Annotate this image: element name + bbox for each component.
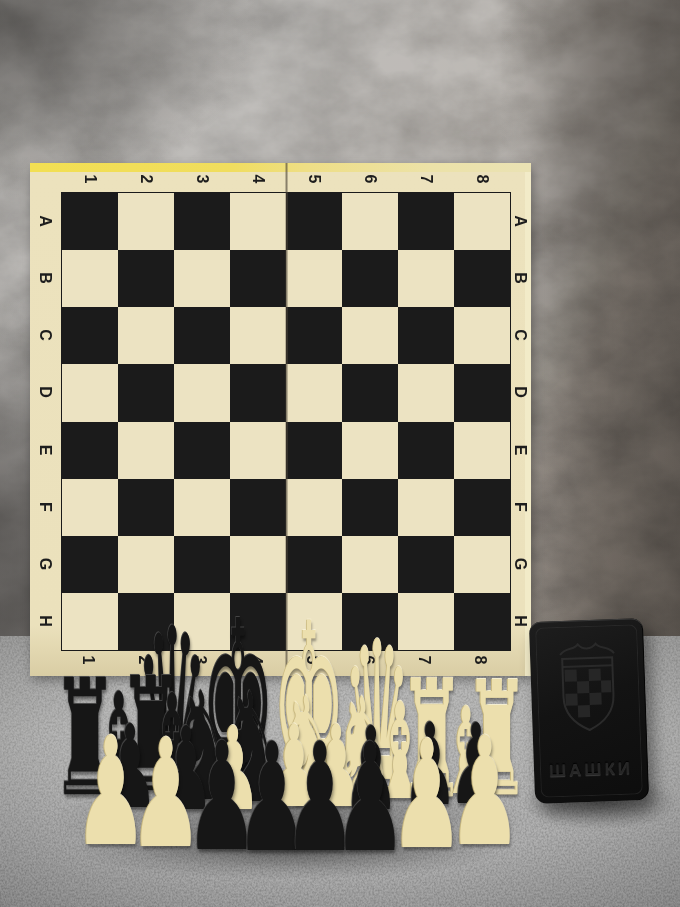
coord-label: 6	[362, 175, 378, 184]
board-right-edge	[525, 172, 531, 676]
board-cell	[454, 250, 510, 307]
checkers-box-crest-icon	[551, 635, 624, 737]
board-cell	[342, 250, 398, 307]
coord-label: H	[512, 615, 528, 627]
coord-label: E	[37, 444, 53, 455]
board-cell	[174, 364, 230, 421]
board-top-edge	[30, 163, 531, 172]
board-cell	[62, 422, 118, 479]
board-cell	[342, 536, 398, 593]
board-cell	[398, 479, 454, 536]
board-cell	[398, 536, 454, 593]
board-cell	[342, 193, 398, 250]
board-cell	[286, 364, 342, 421]
board-cell	[454, 364, 510, 421]
checkers-box-label: ШАШКИ	[534, 758, 649, 782]
board-cell	[230, 250, 286, 307]
board-cell	[62, 250, 118, 307]
board-cell	[286, 193, 342, 250]
board-cell	[230, 307, 286, 364]
board-cell	[174, 422, 230, 479]
board-cell	[230, 193, 286, 250]
coord-label: C	[512, 329, 528, 341]
coord-label: 5	[306, 175, 322, 184]
board-cell	[230, 422, 286, 479]
board-cell	[118, 250, 174, 307]
board-cell	[454, 479, 510, 536]
board-cell	[174, 250, 230, 307]
board-cell	[342, 422, 398, 479]
board-cell	[118, 193, 174, 250]
board-cell	[118, 479, 174, 536]
board-cell	[342, 307, 398, 364]
board-cell	[118, 307, 174, 364]
board-cell	[454, 536, 510, 593]
coord-label: G	[37, 558, 53, 570]
coord-label: H	[37, 615, 53, 627]
board-cell	[454, 422, 510, 479]
coord-label: D	[37, 387, 53, 399]
board-cell	[62, 193, 118, 250]
board-cell	[174, 307, 230, 364]
board-cell	[62, 479, 118, 536]
board-cell	[118, 364, 174, 421]
board-cell	[454, 307, 510, 364]
board-cell	[174, 193, 230, 250]
board-cell	[286, 250, 342, 307]
board-cell	[286, 479, 342, 536]
coord-label: F	[512, 502, 528, 512]
photo-scene: 1234567812345678ABCDEFGHABCDEFGH ♛♚♚♛♜♝♜…	[0, 0, 680, 907]
board-cell	[62, 364, 118, 421]
board-cell	[230, 479, 286, 536]
coord-label: 3	[194, 175, 210, 184]
board-cell	[62, 307, 118, 364]
board-cell	[230, 364, 286, 421]
coord-label: 2	[138, 175, 154, 184]
coord-label: C	[37, 329, 53, 341]
board-cell	[398, 364, 454, 421]
coord-label: G	[512, 558, 528, 570]
board-cell	[454, 193, 510, 250]
checkers-box: ШАШКИ	[529, 618, 649, 804]
coord-label: A	[512, 215, 528, 227]
board-cell	[118, 422, 174, 479]
board-cell	[286, 422, 342, 479]
coord-label: 4	[250, 175, 266, 184]
board-cell	[286, 307, 342, 364]
board-cell	[398, 422, 454, 479]
board-cell	[62, 536, 118, 593]
coord-label: D	[512, 387, 528, 399]
coord-label: F	[37, 502, 53, 512]
board-cell	[398, 250, 454, 307]
board-cell	[342, 479, 398, 536]
coord-label: B	[512, 272, 528, 284]
coord-label: B	[37, 272, 53, 284]
board-cell	[62, 593, 118, 650]
coord-label: 1	[82, 175, 98, 184]
coord-label: E	[512, 444, 528, 455]
board-cell	[342, 364, 398, 421]
board-cell	[454, 593, 510, 650]
board-cell	[398, 193, 454, 250]
board-cell	[398, 307, 454, 364]
coord-label: A	[37, 215, 53, 227]
board-cell	[174, 479, 230, 536]
coord-label: 8	[474, 175, 490, 184]
coord-label: 7	[418, 175, 434, 184]
white-pawn: ♟	[448, 717, 522, 867]
